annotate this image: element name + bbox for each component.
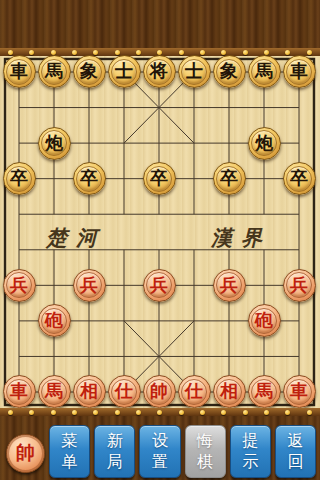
button-label-char: 返	[287, 430, 303, 451]
hint-button[interactable]: 提示	[230, 425, 271, 478]
piece-char: 車	[10, 62, 28, 80]
piece-char: 卒	[220, 169, 238, 187]
rivet-icon	[136, 410, 141, 415]
piece-char: 兵	[10, 276, 28, 294]
piece-char: 将	[150, 62, 168, 80]
red-turn-indicator-icon: 帥	[6, 434, 45, 473]
piece-char: 兵	[220, 276, 238, 294]
piece-red-仕[interactable]: 仕	[108, 375, 141, 408]
button-label-char: 回	[287, 451, 303, 472]
xiangqi-board: 楚河 漢界 車馬象士将士象馬車炮炮卒卒卒卒卒兵兵兵兵兵砲砲車馬相仕帥仕相馬車	[0, 56, 320, 408]
rivet-icon	[157, 410, 162, 415]
piece-grid: 車馬象士将士象馬車炮炮卒卒卒卒卒兵兵兵兵兵砲砲車馬相仕帥仕相馬車	[2, 54, 317, 409]
piece-char: 馬	[45, 382, 63, 400]
rivet-icon	[200, 410, 205, 415]
piece-char: 車	[290, 382, 308, 400]
back-button[interactable]: 返回	[275, 425, 316, 478]
piece-char: 象	[80, 62, 98, 80]
piece-black-卒[interactable]: 卒	[143, 162, 176, 195]
piece-black-炮[interactable]: 炮	[38, 127, 71, 160]
piece-red-馬[interactable]: 馬	[38, 375, 71, 408]
piece-char: 兵	[290, 276, 308, 294]
piece-black-将[interactable]: 将	[143, 55, 176, 88]
piece-red-兵[interactable]: 兵	[283, 269, 316, 302]
piece-char: 車	[290, 62, 308, 80]
piece-red-相[interactable]: 相	[73, 375, 106, 408]
button-label-char: 局	[107, 451, 123, 472]
piece-char: 車	[10, 382, 28, 400]
turn-indicator-char: 帥	[16, 443, 35, 462]
rivet-icon	[8, 410, 13, 415]
piece-char: 卒	[150, 169, 168, 187]
piece-char: 士	[115, 62, 133, 80]
piece-black-士[interactable]: 士	[108, 55, 141, 88]
piece-black-馬[interactable]: 馬	[38, 55, 71, 88]
piece-char: 馬	[45, 62, 63, 80]
piece-black-象[interactable]: 象	[73, 55, 106, 88]
piece-char: 兵	[150, 276, 168, 294]
rivet-icon	[285, 410, 290, 415]
bottom-wood-frame: 帥 菜单新局设置悔棋提示返回	[0, 408, 320, 480]
piece-black-卒[interactable]: 卒	[213, 162, 246, 195]
button-label-char: 菜	[62, 430, 78, 451]
piece-black-馬[interactable]: 馬	[248, 55, 281, 88]
xiangqi-app-screen: 楚河 漢界 車馬象士将士象馬車炮炮卒卒卒卒卒兵兵兵兵兵砲砲車馬相仕帥仕相馬車 帥…	[0, 0, 320, 480]
rivet-icon	[93, 410, 98, 415]
piece-red-兵[interactable]: 兵	[3, 269, 36, 302]
menu-button[interactable]: 菜单	[49, 425, 90, 478]
piece-black-卒[interactable]: 卒	[73, 162, 106, 195]
rivet-icon	[221, 410, 226, 415]
piece-char: 仕	[185, 382, 203, 400]
piece-char: 帥	[150, 382, 168, 400]
piece-red-帥[interactable]: 帥	[143, 375, 176, 408]
rivet-icon	[51, 410, 56, 415]
piece-red-仕[interactable]: 仕	[178, 375, 211, 408]
piece-red-兵[interactable]: 兵	[213, 269, 246, 302]
piece-char: 士	[185, 62, 203, 80]
piece-char: 炮	[45, 134, 63, 152]
undo-button[interactable]: 悔棋	[185, 425, 226, 478]
piece-char: 卒	[80, 169, 98, 187]
piece-black-象[interactable]: 象	[213, 55, 246, 88]
piece-char: 砲	[255, 311, 273, 329]
button-label-char: 示	[242, 451, 258, 472]
piece-red-車[interactable]: 車	[3, 375, 36, 408]
piece-char: 卒	[10, 169, 28, 187]
piece-char: 仕	[115, 382, 133, 400]
piece-black-車[interactable]: 車	[283, 55, 316, 88]
piece-char: 卒	[290, 169, 308, 187]
new-game-button[interactable]: 新局	[94, 425, 135, 478]
piece-char: 相	[80, 382, 98, 400]
piece-black-炮[interactable]: 炮	[248, 127, 281, 160]
button-label-char: 设	[152, 430, 168, 451]
piece-red-相[interactable]: 相	[213, 375, 246, 408]
bottom-rivet-rail	[0, 408, 320, 416]
toolbar: 帥 菜单新局设置悔棋提示返回	[0, 416, 320, 480]
piece-char: 象	[220, 62, 238, 80]
piece-red-砲[interactable]: 砲	[38, 304, 71, 337]
rivet-icon	[179, 410, 184, 415]
settings-button[interactable]: 设置	[139, 425, 180, 478]
top-wood-frame	[0, 0, 320, 56]
button-label-char: 单	[62, 451, 78, 472]
piece-black-卒[interactable]: 卒	[3, 162, 36, 195]
piece-char: 馬	[255, 382, 273, 400]
rivet-icon	[243, 410, 248, 415]
rivet-icon	[307, 410, 312, 415]
rivet-icon	[72, 410, 77, 415]
rivet-icon	[29, 410, 34, 415]
piece-char: 兵	[80, 276, 98, 294]
piece-black-卒[interactable]: 卒	[283, 162, 316, 195]
rivet-icon	[115, 410, 120, 415]
piece-char: 馬	[255, 62, 273, 80]
piece-red-車[interactable]: 車	[283, 375, 316, 408]
piece-char: 炮	[255, 134, 273, 152]
button-label-char: 棋	[197, 451, 213, 472]
button-label-char: 悔	[197, 430, 213, 451]
piece-char: 砲	[45, 311, 63, 329]
button-label-char: 提	[242, 430, 258, 451]
piece-red-兵[interactable]: 兵	[143, 269, 176, 302]
piece-black-車[interactable]: 車	[3, 55, 36, 88]
piece-red-砲[interactable]: 砲	[248, 304, 281, 337]
piece-char: 相	[220, 382, 238, 400]
button-label-char: 新	[107, 430, 123, 451]
piece-red-馬[interactable]: 馬	[248, 375, 281, 408]
piece-red-兵[interactable]: 兵	[73, 269, 106, 302]
piece-black-士[interactable]: 士	[178, 55, 211, 88]
rivet-icon	[264, 410, 269, 415]
button-label-char: 置	[152, 451, 168, 472]
